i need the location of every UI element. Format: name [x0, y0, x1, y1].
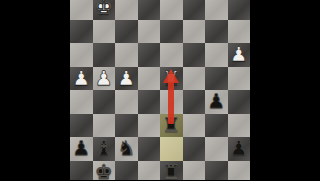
black-bishop-g7: ♝ — [93, 137, 116, 161]
square-a3[interactable]: ♟ — [228, 43, 251, 67]
black-pawn-h7: ♟ — [70, 137, 93, 161]
square-g4[interactable]: ♟ — [93, 67, 116, 91]
square-f7[interactable]: ♞ — [115, 137, 138, 161]
square-b8[interactable] — [205, 161, 228, 181]
square-f8[interactable] — [115, 161, 138, 181]
square-h2[interactable] — [70, 20, 93, 44]
square-a5[interactable] — [228, 90, 251, 114]
square-c1[interactable] — [183, 0, 206, 20]
square-f6[interactable] — [115, 114, 138, 138]
square-a1[interactable] — [228, 0, 251, 20]
square-d2[interactable] — [160, 20, 183, 44]
square-h5[interactable] — [70, 90, 93, 114]
white-pawn-g4: ♟ — [93, 67, 116, 91]
square-d8[interactable]: ♜ — [160, 161, 183, 181]
square-b7[interactable] — [205, 137, 228, 161]
square-g5[interactable] — [93, 90, 116, 114]
square-h3[interactable] — [70, 43, 93, 67]
square-a2[interactable] — [228, 20, 251, 44]
black-rook-d8: ♜ — [160, 161, 183, 181]
square-b6[interactable] — [205, 114, 228, 138]
square-g8[interactable]: ♚ — [93, 161, 116, 181]
white-pawn-a3: ♟ — [228, 43, 251, 67]
square-e1[interactable] — [138, 0, 161, 20]
square-c8[interactable] — [183, 161, 206, 181]
square-e2[interactable] — [138, 20, 161, 44]
square-b2[interactable] — [205, 20, 228, 44]
video-frame: ♚♟♟♟♟♜♟♜♟♝♞♟♚♜ — [0, 0, 320, 180]
square-a8[interactable] — [228, 161, 251, 181]
black-pawn-b5: ♟ — [205, 90, 228, 114]
chess-board: ♚♟♟♟♟♜♟♜♟♝♞♟♚♜ — [70, 0, 250, 180]
square-c2[interactable] — [183, 20, 206, 44]
square-h6[interactable] — [70, 114, 93, 138]
square-b1[interactable] — [205, 0, 228, 20]
black-knight-f7: ♞ — [115, 137, 138, 161]
square-d3[interactable] — [160, 43, 183, 67]
square-e5[interactable] — [138, 90, 161, 114]
square-g1[interactable]: ♚ — [93, 0, 116, 20]
square-e8[interactable] — [138, 161, 161, 181]
white-pawn-f4: ♟ — [115, 67, 138, 91]
square-g7[interactable]: ♝ — [93, 137, 116, 161]
square-c6[interactable] — [183, 114, 206, 138]
square-f2[interactable] — [115, 20, 138, 44]
square-d1[interactable] — [160, 0, 183, 20]
square-h1[interactable] — [70, 0, 93, 20]
square-e6[interactable] — [138, 114, 161, 138]
square-b5[interactable]: ♟ — [205, 90, 228, 114]
move-arrow-shaft — [168, 82, 174, 124]
square-a4[interactable] — [228, 67, 251, 91]
square-f4[interactable]: ♟ — [115, 67, 138, 91]
letterbox-left — [0, 0, 70, 180]
square-h4[interactable]: ♟ — [70, 67, 93, 91]
move-arrow-head — [163, 69, 179, 83]
square-g3[interactable] — [93, 43, 116, 67]
square-h7[interactable]: ♟ — [70, 137, 93, 161]
square-c5[interactable] — [183, 90, 206, 114]
square-h8[interactable] — [70, 161, 93, 181]
white-pawn-h4: ♟ — [70, 67, 93, 91]
square-a7[interactable]: ♟ — [228, 137, 251, 161]
white-king-g1: ♚ — [93, 0, 116, 20]
square-e7[interactable] — [138, 137, 161, 161]
square-g2[interactable] — [93, 20, 116, 44]
square-c3[interactable] — [183, 43, 206, 67]
square-e4[interactable] — [138, 67, 161, 91]
black-pawn-a7: ♟ — [228, 137, 251, 161]
square-b4[interactable] — [205, 67, 228, 91]
square-a6[interactable] — [228, 114, 251, 138]
square-d7[interactable] — [160, 137, 183, 161]
black-king-g8: ♚ — [93, 161, 116, 181]
square-f3[interactable] — [115, 43, 138, 67]
letterbox-right — [250, 0, 320, 180]
square-e3[interactable] — [138, 43, 161, 67]
square-c7[interactable] — [183, 137, 206, 161]
square-c4[interactable] — [183, 67, 206, 91]
square-b3[interactable] — [205, 43, 228, 67]
square-g6[interactable] — [93, 114, 116, 138]
square-f1[interactable] — [115, 0, 138, 20]
square-f5[interactable] — [115, 90, 138, 114]
